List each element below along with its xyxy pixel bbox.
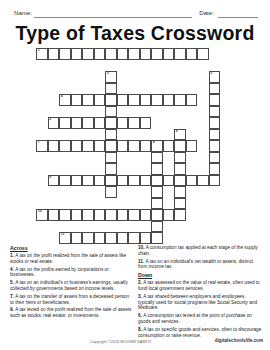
grid-cell[interactable] <box>186 175 198 187</box>
grid-cell[interactable] <box>151 198 163 210</box>
grid-cell[interactable] <box>117 140 129 152</box>
grid-cell[interactable] <box>105 186 117 198</box>
grid-cell[interactable] <box>94 232 106 244</box>
clue-8-down: 8. A tax on specific goods and services,… <box>138 327 262 338</box>
clue-number: 4 <box>61 95 63 99</box>
grid-cell[interactable]: 10 <box>36 209 48 221</box>
grid-cell[interactable] <box>209 163 221 175</box>
grid-cell[interactable]: 1 <box>36 48 48 60</box>
grid-cell[interactable] <box>163 209 175 221</box>
name-label: Name: <box>14 9 32 16</box>
grid-cell[interactable] <box>140 232 152 244</box>
grid-cell[interactable] <box>209 83 221 95</box>
clue-number: 7 <box>38 141 40 145</box>
grid-cell[interactable] <box>128 140 140 152</box>
page-title: Type of Taxes Crossword <box>0 22 270 45</box>
clue-number: 5 <box>49 118 51 122</box>
grid-cell[interactable] <box>128 94 140 106</box>
grid-cell[interactable] <box>174 198 186 210</box>
grid-cell[interactable] <box>59 48 71 60</box>
grid-cell[interactable] <box>140 175 152 187</box>
clue-number: 1 <box>38 49 40 53</box>
grid-cell[interactable] <box>197 48 209 60</box>
grid-cell[interactable] <box>48 209 60 221</box>
grid-cell[interactable] <box>94 175 106 187</box>
grid-cell[interactable]: 5 <box>48 117 60 129</box>
grid-cell[interactable] <box>71 232 83 244</box>
grid-cell[interactable] <box>163 94 175 106</box>
grid-cell[interactable]: 2 <box>105 71 117 83</box>
clue-number: 2 <box>107 72 109 76</box>
clue-2-down: 2. A tax assessed on the value of real e… <box>138 280 262 291</box>
clue-5-across: 5. A tax on an individual's or business'… <box>10 280 132 291</box>
grid-cell[interactable] <box>117 94 129 106</box>
grid-cell[interactable] <box>71 94 83 106</box>
grid-cell[interactable] <box>105 83 117 95</box>
across-header: Across <box>10 245 132 251</box>
grid-cell[interactable] <box>71 140 83 152</box>
date-label: Date: <box>199 9 214 16</box>
clue-11-across: 11. A tax on an individual's net wealth … <box>138 259 262 270</box>
grid-cell[interactable] <box>128 175 140 187</box>
crossword-grid[interactable]: 1234567891011 <box>36 48 220 244</box>
grid-cell[interactable] <box>128 48 140 60</box>
worksheet-page: Name: Date: Type of Taxes Crossword 1234… <box>0 0 270 350</box>
grid-cell[interactable] <box>105 232 117 244</box>
grid-cell[interactable] <box>82 140 94 152</box>
clue-number: 6 <box>176 130 178 134</box>
grid-cell[interactable] <box>82 232 94 244</box>
grid-cell[interactable]: 8 <box>151 140 163 152</box>
grid-cell[interactable] <box>105 140 117 152</box>
grid-cell[interactable] <box>94 94 106 106</box>
grid-cell[interactable]: 11 <box>59 232 71 244</box>
grid-cell[interactable] <box>105 175 117 187</box>
grid-cell[interactable] <box>71 209 83 221</box>
date-blank-line[interactable] <box>218 17 258 18</box>
footer: Copyright ©2023 MOUNIR KAMTIT digitalsch… <box>0 338 270 346</box>
grid-cell[interactable] <box>163 48 175 60</box>
grid-cell[interactable] <box>151 152 163 164</box>
grid-cell[interactable] <box>48 140 60 152</box>
grid-cell[interactable] <box>174 140 186 152</box>
down-header: Down <box>138 272 262 278</box>
grid-cell[interactable] <box>128 209 140 221</box>
grid-cell[interactable] <box>209 140 221 152</box>
grid-cell[interactable] <box>117 209 129 221</box>
clue-6-down: 6. A consumption tax levied at the point… <box>138 313 262 324</box>
grid-cell[interactable] <box>151 48 163 60</box>
grid-cell[interactable] <box>82 48 94 60</box>
grid-cell[interactable] <box>163 175 175 187</box>
grid-cell[interactable] <box>105 209 117 221</box>
grid-cell[interactable] <box>174 186 186 198</box>
grid-cell[interactable] <box>174 94 186 106</box>
across-clue-list: 1. A tax on the profit realized from the… <box>10 253 132 319</box>
grid-cell[interactable] <box>174 152 186 164</box>
grid-cell[interactable] <box>151 209 163 221</box>
clue-number: 11 <box>61 233 65 237</box>
grid-cell[interactable] <box>209 94 221 106</box>
grid-cell[interactable] <box>197 175 209 187</box>
grid-cell[interactable] <box>105 152 117 164</box>
grid-cell[interactable] <box>128 117 140 129</box>
grid-cell[interactable] <box>94 140 106 152</box>
grid-cell[interactable] <box>174 163 186 175</box>
website-link[interactable]: digitalschoolslife.com <box>215 338 263 343</box>
name-blank-line[interactable] <box>34 17 192 18</box>
grid-cell[interactable]: 4 <box>59 94 71 106</box>
grid-cell[interactable] <box>59 117 71 129</box>
grid-cell[interactable] <box>94 48 106 60</box>
grid-cell[interactable] <box>71 175 83 187</box>
grid-cell[interactable] <box>82 175 94 187</box>
clue-number: 3 <box>210 72 212 76</box>
header-row: Name: Date: <box>14 9 262 21</box>
grid-cell[interactable]: 9 <box>48 175 60 187</box>
grid-cell[interactable] <box>48 48 60 60</box>
grid-cell[interactable] <box>163 140 175 152</box>
clue-3-down: 3. A tax shared between employers and em… <box>138 294 262 311</box>
grid-cell[interactable] <box>140 94 152 106</box>
grid-cell[interactable] <box>94 209 106 221</box>
grid-cell[interactable] <box>105 117 117 129</box>
grid-cell[interactable] <box>105 163 117 175</box>
grid-cell[interactable] <box>71 48 83 60</box>
grid-cell[interactable] <box>94 117 106 129</box>
grid-cell[interactable] <box>105 129 117 141</box>
grid-cell[interactable] <box>82 117 94 129</box>
grid-cell[interactable] <box>117 48 129 60</box>
grid-cell[interactable] <box>186 140 198 152</box>
grid-cell[interactable] <box>128 232 140 244</box>
grid-cell[interactable] <box>174 175 186 187</box>
grid-cell[interactable] <box>186 94 198 106</box>
clue-number: 8 <box>153 141 155 145</box>
down-clue-list: 10. A consumption tax applied at each st… <box>138 245 262 338</box>
grid-cell[interactable] <box>117 175 129 187</box>
grid-cell[interactable] <box>140 117 152 129</box>
grid-cell[interactable] <box>82 209 94 221</box>
grid-cell[interactable]: 7 <box>36 140 48 152</box>
grid-cell[interactable] <box>209 106 221 118</box>
clue-4-across: 4. A tax on the profits earned by corpor… <box>10 267 132 278</box>
grid-cell[interactable] <box>59 209 71 221</box>
grid-cell[interactable]: 3 <box>209 71 221 83</box>
clue-7-across: 7. A tax on the transfer of assets from … <box>10 294 132 305</box>
grid-cell[interactable] <box>105 106 117 118</box>
grid-cell[interactable] <box>82 94 94 106</box>
grid-cell[interactable] <box>209 117 221 129</box>
across-clues-column: Across 1. A tax on the profit realized f… <box>10 245 132 321</box>
grid-cell[interactable] <box>174 48 186 60</box>
grid-cell[interactable] <box>151 175 163 187</box>
clue-9-across: 9. A tax levied on the profit realized f… <box>10 307 132 318</box>
clue-number: 10 <box>38 210 42 214</box>
grid-cell[interactable] <box>59 140 71 152</box>
right-clues-column: 10. A consumption tax applied at each st… <box>138 245 262 341</box>
grid-cell[interactable] <box>151 221 163 233</box>
grid-cell[interactable] <box>117 117 129 129</box>
clue-10-across: 10. A consumption tax applied at each st… <box>138 245 262 256</box>
clue-1-across: 1. A tax on the profit realized from the… <box>10 253 132 264</box>
grid-cell[interactable] <box>140 140 152 152</box>
grid-cell[interactable] <box>151 94 163 106</box>
grid-cell[interactable] <box>151 186 163 198</box>
grid-cell[interactable] <box>209 175 221 187</box>
grid-cell[interactable] <box>174 209 186 221</box>
grid-cell[interactable] <box>209 152 221 164</box>
grid-cell[interactable] <box>151 232 163 244</box>
grid-cell[interactable] <box>151 163 163 175</box>
grid-cell[interactable] <box>105 94 117 106</box>
grid-cell[interactable] <box>105 48 117 60</box>
grid-cell[interactable] <box>117 232 129 244</box>
grid-cell[interactable] <box>140 48 152 60</box>
grid-cell[interactable] <box>186 48 198 60</box>
clue-number: 9 <box>49 176 51 180</box>
grid-cell[interactable] <box>71 117 83 129</box>
grid-cell[interactable]: 6 <box>174 129 186 141</box>
grid-cell[interactable] <box>209 129 221 141</box>
copyright-text: Copyright ©2023 MOUNIR KAMTIT <box>90 339 151 344</box>
grid-cell[interactable] <box>140 209 152 221</box>
grid-cell[interactable] <box>59 175 71 187</box>
